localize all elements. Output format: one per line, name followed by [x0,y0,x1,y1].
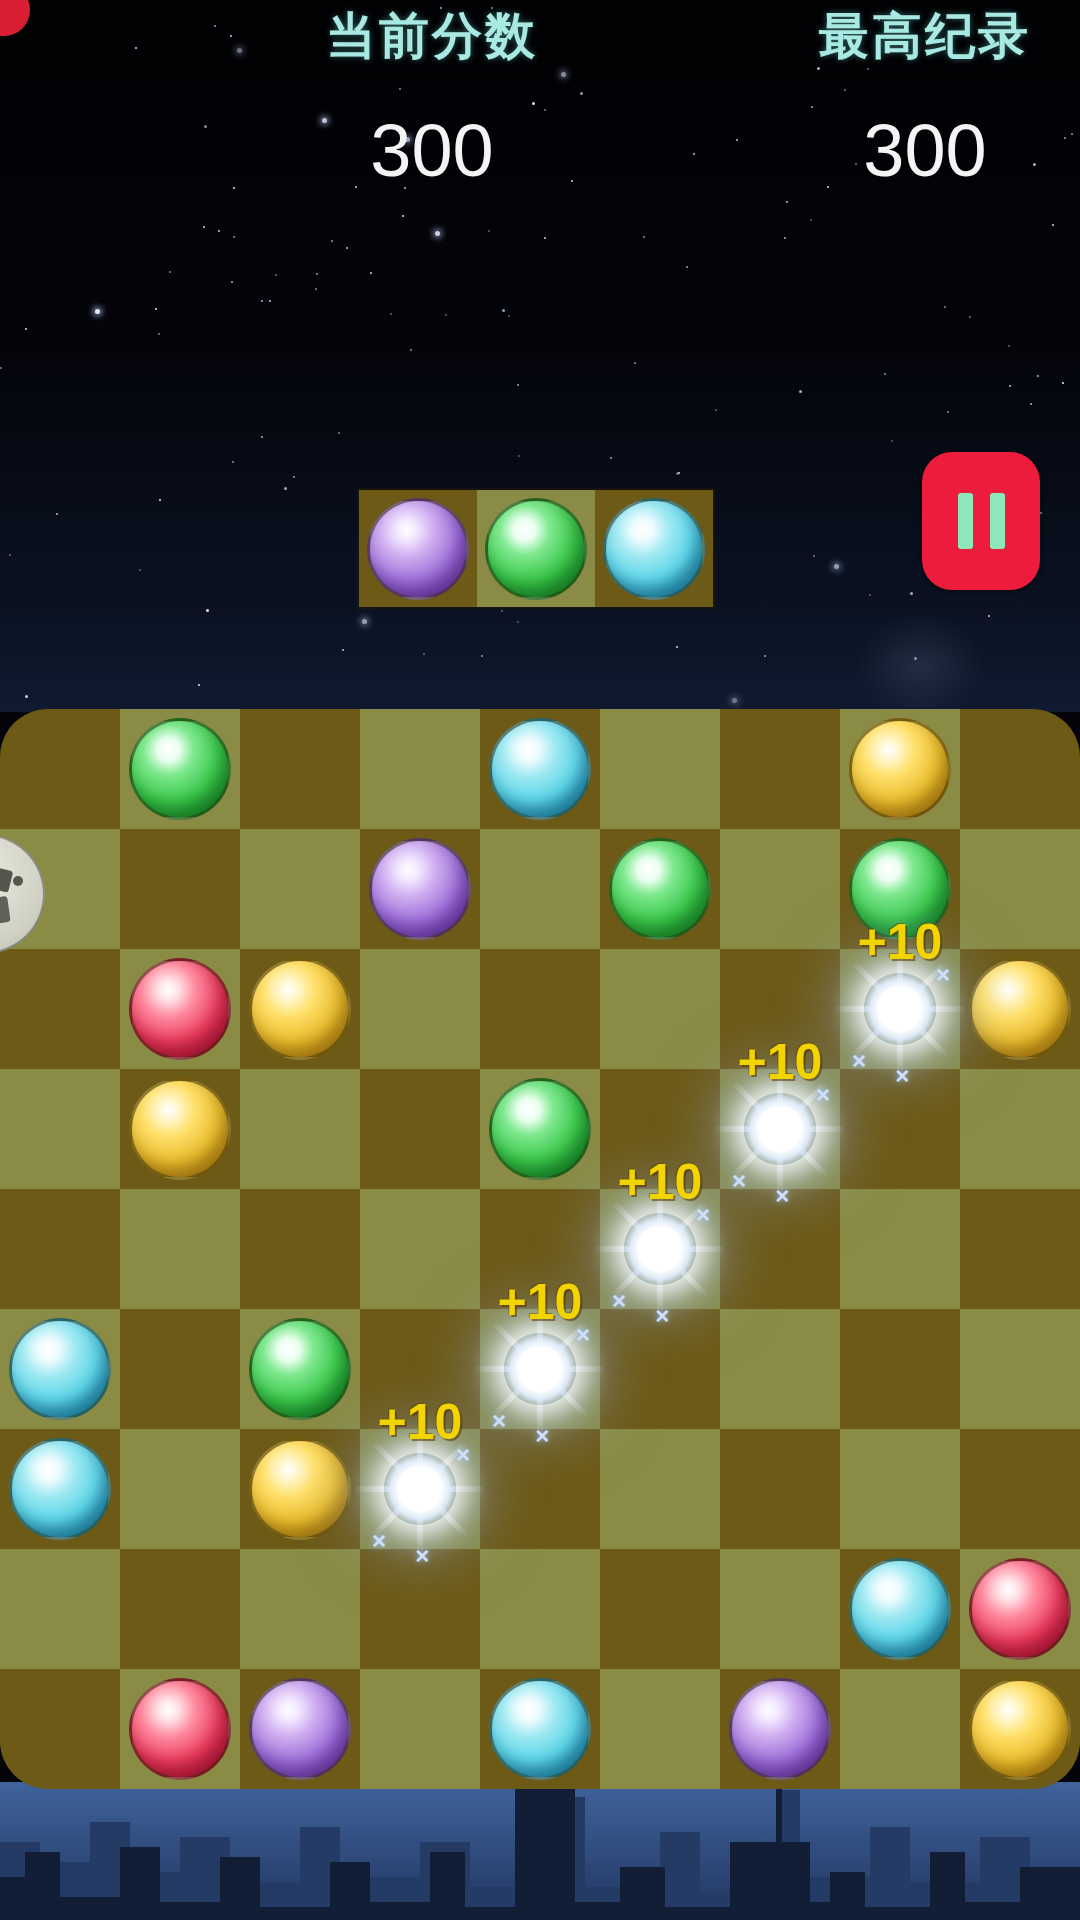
best-score-panel: 最高纪录 300 [755,6,1080,190]
best-score-value: 300 [755,112,1080,190]
cell-r7c6[interactable] [720,1549,840,1669]
app-screen: 当前分数 300 最高纪录 300 +10×××+10×××+10×××+10×… [0,0,1080,1920]
cell-r6c7[interactable] [840,1429,960,1549]
cell-r3c4[interactable] [480,1069,600,1189]
puzzle-piece-icon [13,876,23,886]
cell-r5c8[interactable] [960,1309,1080,1429]
next-balls-strip [357,488,715,609]
sparkle-icon: × [775,1182,789,1210]
ball-yellow[interactable] [249,958,351,1060]
burst-core [864,973,936,1045]
cell-r0c1[interactable] [120,709,240,829]
next-ball-cell [595,490,713,607]
burst-core [384,1453,456,1525]
cell-r6c6[interactable] [720,1429,840,1549]
ball-cyan[interactable] [849,1558,951,1660]
next-ball-cyan [603,498,705,600]
cell-r5c1[interactable] [120,1309,240,1429]
cell-r0c6[interactable] [720,709,840,829]
cell-r4c8[interactable] [960,1189,1080,1309]
ball-yellow[interactable] [969,958,1071,1060]
cell-r3c1[interactable] [120,1069,240,1189]
puzzle-piece-icon [0,896,11,926]
pause-icon [990,493,1005,549]
ball-cyan[interactable] [489,1678,591,1780]
ball-cyan[interactable] [9,1438,111,1540]
cell-r0c3[interactable] [360,709,480,829]
cell-r3c3[interactable] [360,1069,480,1189]
cell-r2c4[interactable] [480,949,600,1069]
score-popup: +10 [360,1393,480,1451]
cell-r5c0[interactable] [0,1309,120,1429]
cell-r8c1[interactable] [120,1669,240,1789]
next-ball-purple [367,498,469,600]
cell-r6c5[interactable] [600,1429,720,1549]
best-score-label: 最高纪录 [755,6,1080,66]
cell-r0c8[interactable] [960,709,1080,829]
cell-r1c6[interactable] [720,829,840,949]
burst-core [504,1333,576,1405]
score-popup: +10 [840,913,960,971]
cell-r2c0[interactable] [0,949,120,1069]
score-popup: +10 [480,1273,600,1331]
next-ball-green [485,498,587,600]
cell-r3c0[interactable] [0,1069,120,1189]
sparkle-icon: × [492,1407,506,1435]
cell-r4c2[interactable] [240,1189,360,1309]
pause-icon [958,493,973,549]
puzzle-piece-icon [0,865,13,893]
sparkle-icon: × [852,1047,866,1075]
ball-purple[interactable] [729,1678,831,1780]
cell-r2c8[interactable] [960,949,1080,1069]
cell-r1c4[interactable] [480,829,600,949]
cell-r6c8[interactable] [960,1429,1080,1549]
cell-r1c2[interactable] [240,829,360,949]
cell-r8c3[interactable] [360,1669,480,1789]
sparkle-icon: × [895,1062,909,1090]
ball-red[interactable] [129,958,231,1060]
cell-r7c5[interactable] [600,1549,720,1669]
cell-r4c7[interactable] [840,1189,960,1309]
cell-r7c7[interactable] [840,1549,960,1669]
ball-yellow[interactable] [129,1078,231,1180]
ball-cyan[interactable] [489,718,591,820]
ball-yellow[interactable] [249,1438,351,1540]
cell-r0c4[interactable] [480,709,600,829]
score-popup: +10 [720,1033,840,1091]
cell-r2c1[interactable] [120,949,240,1069]
cell-r8c8[interactable] [960,1669,1080,1789]
cell-r8c5[interactable] [600,1669,720,1789]
current-score-panel: 当前分数 300 [262,6,602,190]
cell-r7c2[interactable] [240,1549,360,1669]
sparkle-icon: × [535,1422,549,1450]
ball-green[interactable] [489,1078,591,1180]
cell-r1c3[interactable] [360,829,480,949]
ball-cyan[interactable] [9,1318,111,1420]
ball-yellow[interactable] [849,718,951,820]
cell-r2c2[interactable] [240,949,360,1069]
cell-r0c0[interactable] [0,709,120,829]
pause-button[interactable] [922,452,1040,590]
cell-r7c4[interactable] [480,1549,600,1669]
sparkle-icon: × [415,1542,429,1570]
cell-r0c2[interactable] [240,709,360,829]
cell-r1c8[interactable] [960,829,1080,949]
cell-r3c8[interactable] [960,1069,1080,1189]
next-ball-cell [359,490,477,607]
cell-r1c1[interactable] [120,829,240,949]
ball-green[interactable] [249,1318,351,1420]
cell-r6c1[interactable] [120,1429,240,1549]
cell-r5c7[interactable] [840,1309,960,1429]
board: +10×××+10×××+10×××+10×××+10××× [0,709,1080,1789]
cell-r4c3[interactable] [360,1189,480,1309]
current-score-value: 300 [262,112,602,190]
cell-r8c7[interactable] [840,1669,960,1789]
cell-r2c3[interactable] [360,949,480,1069]
sparkle-icon: × [655,1302,669,1330]
cell-r3c2[interactable] [240,1069,360,1189]
cell-r5c6[interactable] [720,1309,840,1429]
cell-r7c1[interactable] [120,1549,240,1669]
cell-r4c0[interactable] [0,1189,120,1309]
next-ball-cell [477,490,595,607]
ball-red[interactable] [129,1678,231,1780]
cell-r0c5[interactable] [600,709,720,829]
cell-r6c2[interactable] [240,1429,360,1549]
cell-r8c4[interactable] [480,1669,600,1789]
burst-core [624,1213,696,1285]
ball-green[interactable] [129,718,231,820]
cell-r4c1[interactable] [120,1189,240,1309]
sparkle-icon: × [372,1527,386,1555]
current-score-label: 当前分数 [262,6,602,66]
ball-green[interactable] [609,838,711,940]
cell-r8c0[interactable] [0,1669,120,1789]
ball-red[interactable] [969,1558,1071,1660]
cell-r1c5[interactable] [600,829,720,949]
ball-purple[interactable] [369,838,471,940]
cell-r0c7[interactable] [840,709,960,829]
cell-r7c8[interactable] [960,1549,1080,1669]
ball-yellow[interactable] [969,1678,1071,1780]
cell-r2c5[interactable] [600,949,720,1069]
city-skyline [0,1782,1080,1920]
sparkle-icon: × [732,1167,746,1195]
sparkle-icon: × [612,1287,626,1315]
score-popup: +10 [600,1153,720,1211]
burst-core [744,1093,816,1165]
cell-r8c6[interactable] [720,1669,840,1789]
cell-r8c2[interactable] [240,1669,360,1789]
cell-r6c0[interactable] [0,1429,120,1549]
ball-purple[interactable] [249,1678,351,1780]
cell-r5c2[interactable] [240,1309,360,1429]
cell-r7c0[interactable] [0,1549,120,1669]
